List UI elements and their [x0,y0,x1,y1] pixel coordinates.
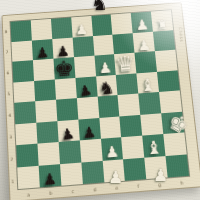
square-g2: ♝ [142,134,165,157]
rank-label-4: 4 [8,112,11,117]
photo-chessboard-scene: ♟♟♜♟♟♟♚♟♛♟♞♝♟♟♚♟♝♟ abcdefgh 87654321 Che… [0,0,200,200]
square-f8 [111,13,133,34]
black-pawn-c7: ♟ [56,45,70,59]
square-g1 [144,156,167,180]
square-h8: ♜ [151,10,173,31]
rank-label-5: 5 [7,91,10,96]
file-label-g: g [158,182,161,187]
square-a3 [15,122,37,145]
square-d6 [74,56,96,78]
square-d8: ♟ [71,16,93,37]
square-b2 [37,142,59,165]
square-a4 [14,101,36,124]
rank-label-1: 1 [11,178,14,183]
square-e3 [99,116,122,139]
square-f7 [113,33,135,54]
square-g5: ♝ [137,71,160,93]
square-a5 [13,81,35,103]
square-c4 [56,98,78,121]
square-d4 [76,97,98,120]
file-label-c: c [71,189,74,194]
file-label-a: a [27,192,30,197]
square-g3 [140,113,163,136]
square-g8: ♟ [131,12,153,33]
black-pawn-b7: ♟ [36,46,50,60]
square-e1 [102,159,125,183]
rank-label-6: 6 [6,70,9,75]
square-h5 [157,70,180,92]
square-c3: ♟ [57,119,79,142]
square-b6 [33,59,55,81]
chess-board: ♟♟♜♟♟♟♚♟♛♟♞♝♟♟♚♟♝♟ [9,9,190,190]
square-d7 [72,36,94,57]
rank-label-8: 8 [5,29,8,34]
white-pawn-e2: ♟ [105,145,120,160]
chess-board-mat: ♟♟♜♟♟♟♚♟♛♟♞♝♟♟♚♟♝♟ abcdefgh 87654321 Che… [1,2,200,200]
white-pawn-g7: ♟ [137,39,151,53]
square-d5: ♟ [75,76,97,98]
square-b1: ♟ [39,164,62,188]
white-rook-h8: ♜ [156,19,169,31]
black-knight-e5: ♞ [98,80,115,97]
square-b5 [34,79,56,101]
square-h4 [159,90,182,112]
rank-label-7: 7 [5,49,8,54]
square-g6 [135,51,157,73]
square-a7 [11,40,32,62]
square-e8 [91,15,113,36]
square-b7: ♟ [32,39,54,61]
square-e5: ♞ [96,74,118,96]
square-c5 [54,77,76,99]
square-a2 [16,144,38,167]
white-pawn-g8: ♟ [135,19,149,32]
square-c7: ♟ [52,37,74,59]
square-b4 [35,100,57,123]
square-c8 [51,17,72,38]
white-pawn-d8: ♟ [75,24,89,37]
square-c6: ♚ [53,57,75,79]
square-b8 [31,19,52,40]
white-pawn-e6: ♟ [98,62,112,76]
square-a1 [17,165,39,189]
square-c1 [60,162,83,186]
square-d3: ♟ [78,118,101,141]
square-f5 [116,73,138,95]
square-c2 [58,140,81,163]
square-h2 [163,132,186,155]
file-label-e: e [115,185,118,190]
square-h1 [166,154,189,178]
square-e4 [97,95,119,117]
square-a6 [12,60,34,82]
board-brand-text: Chess [177,27,184,43]
square-h6 [155,50,177,72]
square-a8 [10,20,31,41]
square-g7: ♟ [133,31,155,52]
square-d2 [79,139,102,162]
square-f2 [121,136,144,159]
square-f4 [118,93,141,115]
black-pawn-d3: ♟ [82,126,97,140]
file-label-f: f [137,184,139,189]
white-bishop-g2: ♝ [145,139,163,157]
square-f1 [123,157,146,181]
square-g4 [139,92,162,114]
black-king-c6: ♚ [54,59,75,79]
square-e6: ♟ [94,54,116,76]
square-h3: ♚ [161,111,184,134]
file-label-b: b [49,191,52,196]
square-h7 [153,30,175,51]
white-queen-f6: ♛ [115,53,137,74]
file-label-h: h [180,180,183,185]
rank-label-3: 3 [9,134,12,139]
square-e7 [92,34,114,55]
square-f6: ♛ [114,53,136,75]
black-pawn-b1: ♟ [43,172,58,187]
white-bishop-g5: ♝ [139,77,156,94]
square-b3 [36,121,58,144]
rank-label-2: 2 [10,156,13,161]
square-e2: ♟ [100,137,123,160]
file-label-d: d [93,187,96,192]
square-d1 [81,160,104,184]
square-f3 [120,114,143,137]
